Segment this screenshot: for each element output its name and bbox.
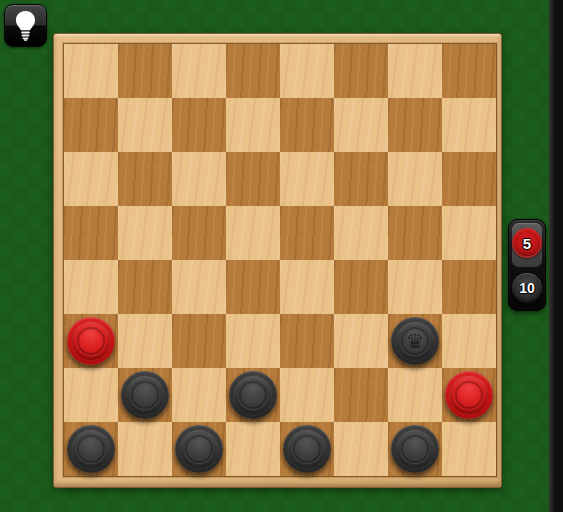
square-r4c1[interactable] bbox=[118, 260, 172, 314]
square-r0c1[interactable] bbox=[118, 44, 172, 98]
square-r3c4[interactable] bbox=[280, 206, 334, 260]
square-r5c7 bbox=[442, 314, 496, 368]
square-r5c5 bbox=[334, 314, 388, 368]
square-r4c7[interactable] bbox=[442, 260, 496, 314]
square-r6c5[interactable] bbox=[334, 368, 388, 422]
square-r4c4 bbox=[280, 260, 334, 314]
square-r4c3[interactable] bbox=[226, 260, 280, 314]
square-r6c6 bbox=[388, 368, 442, 422]
square-r7c7 bbox=[442, 422, 496, 476]
black-pieces-counter: 10 bbox=[512, 273, 542, 303]
square-r6c4 bbox=[280, 368, 334, 422]
square-r2c5[interactable] bbox=[334, 152, 388, 206]
square-r1c1 bbox=[118, 98, 172, 152]
square-r1c4[interactable] bbox=[280, 98, 334, 152]
square-r1c6[interactable] bbox=[388, 98, 442, 152]
hint-button[interactable] bbox=[4, 4, 47, 47]
board-grid: ♛ bbox=[64, 44, 496, 476]
square-r4c2 bbox=[172, 260, 226, 314]
square-r7c5 bbox=[334, 422, 388, 476]
piece-black-man[interactable] bbox=[283, 425, 331, 473]
king-crown-icon: ♛ bbox=[391, 317, 439, 365]
square-r4c5[interactable] bbox=[334, 260, 388, 314]
square-r5c2[interactable] bbox=[172, 314, 226, 368]
piece-black-man[interactable] bbox=[67, 425, 115, 473]
square-r1c5 bbox=[334, 98, 388, 152]
black-count-label: 10 bbox=[519, 280, 535, 296]
red-pieces-counter: 5 bbox=[512, 228, 542, 258]
square-r2c4 bbox=[280, 152, 334, 206]
piece-black-man[interactable] bbox=[391, 425, 439, 473]
square-r2c6 bbox=[388, 152, 442, 206]
square-r0c0 bbox=[64, 44, 118, 98]
square-r3c7 bbox=[442, 206, 496, 260]
square-r0c5[interactable] bbox=[334, 44, 388, 98]
square-r2c0 bbox=[64, 152, 118, 206]
square-r3c3 bbox=[226, 206, 280, 260]
square-r6c0 bbox=[64, 368, 118, 422]
square-r5c4[interactable] bbox=[280, 314, 334, 368]
square-r5c1 bbox=[118, 314, 172, 368]
piece-black-man[interactable] bbox=[175, 425, 223, 473]
lightbulb-icon bbox=[12, 10, 39, 41]
square-r3c5 bbox=[334, 206, 388, 260]
piece-red-man[interactable] bbox=[445, 371, 493, 419]
square-r3c0[interactable] bbox=[64, 206, 118, 260]
square-r7c1 bbox=[118, 422, 172, 476]
square-r4c0 bbox=[64, 260, 118, 314]
square-r3c6[interactable] bbox=[388, 206, 442, 260]
square-r0c7[interactable] bbox=[442, 44, 496, 98]
square-r2c7[interactable] bbox=[442, 152, 496, 206]
square-r3c1 bbox=[118, 206, 172, 260]
square-r1c2[interactable] bbox=[172, 98, 226, 152]
square-r0c2 bbox=[172, 44, 226, 98]
square-r2c3[interactable] bbox=[226, 152, 280, 206]
square-r4c6 bbox=[388, 260, 442, 314]
square-r1c7 bbox=[442, 98, 496, 152]
square-r0c3[interactable] bbox=[226, 44, 280, 98]
square-r6c2 bbox=[172, 368, 226, 422]
piece-black-man[interactable] bbox=[121, 371, 169, 419]
square-r3c2[interactable] bbox=[172, 206, 226, 260]
window-edge-strip bbox=[549, 0, 563, 512]
square-r5c3 bbox=[226, 314, 280, 368]
square-r7c3 bbox=[226, 422, 280, 476]
square-r1c0[interactable] bbox=[64, 98, 118, 152]
checkers-board: ♛ bbox=[53, 33, 502, 488]
square-r2c1[interactable] bbox=[118, 152, 172, 206]
game-table-background: ♛ 5 10 bbox=[0, 0, 563, 512]
piece-red-man[interactable] bbox=[67, 317, 115, 365]
square-r1c3 bbox=[226, 98, 280, 152]
piece-black-man[interactable] bbox=[229, 371, 277, 419]
square-r0c4 bbox=[280, 44, 334, 98]
piece-counters-panel: 5 10 bbox=[508, 219, 546, 311]
red-count-label: 5 bbox=[523, 235, 531, 252]
piece-black-king[interactable]: ♛ bbox=[391, 317, 439, 365]
square-r0c6 bbox=[388, 44, 442, 98]
square-r2c2 bbox=[172, 152, 226, 206]
